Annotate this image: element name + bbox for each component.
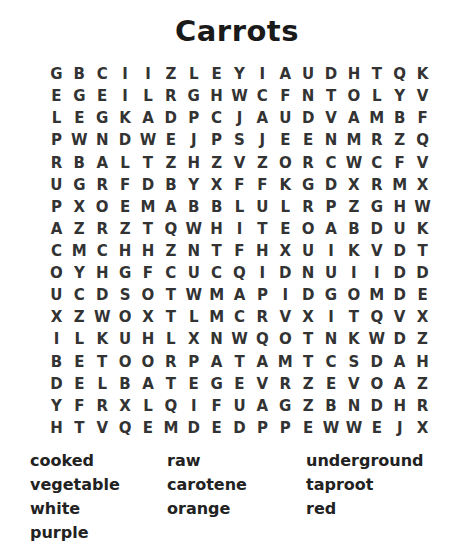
grid-cell-r6c8[interactable]: X	[205, 174, 228, 196]
grid-cell-r17c8[interactable]: E	[205, 417, 228, 439]
grid-cell-r13c6[interactable]: L	[159, 328, 182, 350]
grid-cell-r12c15[interactable]: Q	[365, 306, 388, 328]
word-search-worksheet: { "game": "word-search", "title": "Carro…	[0, 0, 474, 555]
grid-cell-r12c1[interactable]: X	[45, 306, 68, 328]
grid-cell-r9c15[interactable]: V	[365, 240, 388, 262]
grid-cell-r10c13[interactable]: U	[320, 262, 343, 284]
grid-cell-r5c10[interactable]: Z	[251, 151, 274, 173]
grid-cell-r9c11[interactable]: X	[274, 240, 297, 262]
word-search-grid: GBCIIZLEYIAUDHTQKEGEILRGHWCFNTOLYVLEGKAD…	[45, 63, 434, 439]
grid-cell-r9c6[interactable]: Z	[159, 240, 182, 262]
grid-cell-r17c13[interactable]: W	[320, 417, 343, 439]
grid-cell-r15c17[interactable]: Z	[411, 373, 434, 395]
grid-cell-r5c3[interactable]: A	[91, 151, 114, 173]
grid-cell-r17c11[interactable]: P	[274, 417, 297, 439]
grid-cell-r9c17[interactable]: T	[411, 240, 434, 262]
grid-cell-r13c15[interactable]: W	[365, 328, 388, 350]
grid-cell-r11c13[interactable]: G	[320, 284, 343, 306]
grid-cell-r1c1[interactable]: G	[45, 63, 68, 85]
grid-cell-r16c5[interactable]: L	[137, 395, 160, 417]
grid-cell-r5c9[interactable]: V	[228, 151, 251, 173]
grid-cell-r1c6[interactable]: Z	[159, 63, 182, 85]
grid-cell-r10c10[interactable]: I	[251, 262, 274, 284]
grid-cell-r4c17[interactable]: Q	[411, 129, 434, 151]
grid-cell-r4c8[interactable]: P	[205, 129, 228, 151]
grid-cell-r7c7[interactable]: B	[182, 196, 205, 218]
grid-cell-r3c5[interactable]: A	[137, 107, 160, 129]
grid-cell-r16c7[interactable]: I	[182, 395, 205, 417]
grid-cell-r5c5[interactable]: T	[137, 151, 160, 173]
grid-cell-r5c2[interactable]: B	[68, 151, 91, 173]
grid-cell-r7c5[interactable]: M	[137, 196, 160, 218]
grid-cell-r15c15[interactable]: O	[365, 373, 388, 395]
grid-cell-r1c16[interactable]: Q	[388, 63, 411, 85]
grid-cell-r14c6[interactable]: R	[159, 351, 182, 373]
grid-cell-r4c6[interactable]: E	[159, 129, 182, 151]
grid-cell-r11c12[interactable]: D	[297, 284, 320, 306]
grid-cell-r3c4[interactable]: K	[114, 107, 137, 129]
grid-cell-r4c9[interactable]: S	[228, 129, 251, 151]
word-item-empty	[167, 521, 306, 545]
grid-cell-r12c3[interactable]: W	[91, 306, 114, 328]
grid-cell-r2c8[interactable]: H	[205, 85, 228, 107]
grid-cell-r4c1[interactable]: P	[45, 129, 68, 151]
grid-cell-r1c14[interactable]: H	[342, 63, 365, 85]
grid-cell-r4c10[interactable]: J	[251, 129, 274, 151]
grid-cell-r14c8[interactable]: A	[205, 351, 228, 373]
grid-cell-r9c8[interactable]: T	[205, 240, 228, 262]
grid-cell-r16c4[interactable]: X	[114, 395, 137, 417]
grid-cell-r12c5[interactable]: X	[137, 306, 160, 328]
grid-cell-r8c9[interactable]: I	[228, 218, 251, 240]
grid-cell-r14c3[interactable]: T	[91, 351, 114, 373]
grid-cell-r15c5[interactable]: A	[137, 373, 160, 395]
grid-cell-r2c10[interactable]: C	[251, 85, 274, 107]
grid-cell-r3c11[interactable]: U	[274, 107, 297, 129]
grid-cell-r3c6[interactable]: D	[159, 107, 182, 129]
grid-cell-r13c5[interactable]: H	[137, 328, 160, 350]
grid-cell-r8c15[interactable]: D	[365, 218, 388, 240]
grid-cell-r16c14[interactable]: N	[342, 395, 365, 417]
grid-cell-r7c16[interactable]: H	[388, 196, 411, 218]
grid-cell-r13c8[interactable]: N	[205, 328, 228, 350]
grid-cell-r8c5[interactable]: T	[137, 218, 160, 240]
grid-cell-r15c4[interactable]: B	[114, 373, 137, 395]
grid-cell-r17c10[interactable]: P	[251, 417, 274, 439]
grid-cell-r13c17[interactable]: Z	[411, 328, 434, 350]
grid-cell-r16c6[interactable]: Q	[159, 395, 182, 417]
grid-cell-r12c7[interactable]: L	[182, 306, 205, 328]
grid-cell-r17c9[interactable]: D	[228, 417, 251, 439]
grid-cell-r16c10[interactable]: A	[251, 395, 274, 417]
grid-cell-r11c11[interactable]: I	[274, 284, 297, 306]
grid-cell-r17c16[interactable]: J	[388, 417, 411, 439]
grid-cell-r10c12[interactable]: N	[297, 262, 320, 284]
grid-cell-r13c14[interactable]: K	[342, 328, 365, 350]
word-item-carotene: carotene	[167, 473, 306, 497]
grid-cell-r13c11[interactable]: O	[274, 328, 297, 350]
grid-cell-r7c3[interactable]: O	[91, 196, 114, 218]
grid-cell-r17c15[interactable]: E	[365, 417, 388, 439]
grid-cell-r9c14[interactable]: K	[342, 240, 365, 262]
grid-cell-r3c13[interactable]: V	[320, 107, 343, 129]
word-item-cooked: cooked	[30, 449, 167, 473]
grid-cell-r4c7[interactable]: J	[182, 129, 205, 151]
grid-cell-r16c3[interactable]: R	[91, 395, 114, 417]
grid-cell-r2c7[interactable]: G	[182, 85, 205, 107]
grid-cell-r6c11[interactable]: K	[274, 174, 297, 196]
grid-cell-r7c12[interactable]: R	[297, 196, 320, 218]
grid-cell-r2c14[interactable]: O	[342, 85, 365, 107]
grid-cell-r2c1[interactable]: E	[45, 85, 68, 107]
grid-cell-r7c11[interactable]: L	[274, 196, 297, 218]
grid-cell-r6c17[interactable]: X	[411, 174, 434, 196]
grid-cell-r13c3[interactable]: K	[91, 328, 114, 350]
grid-cell-r6c6[interactable]: B	[159, 174, 182, 196]
grid-cell-r1c7[interactable]: L	[182, 63, 205, 85]
grid-cell-r12c9[interactable]: C	[228, 306, 251, 328]
grid-cell-r6c9[interactable]: F	[228, 174, 251, 196]
grid-cell-r8c4[interactable]: Z	[114, 218, 137, 240]
grid-cell-r10c7[interactable]: U	[182, 262, 205, 284]
grid-cell-r9c16[interactable]: D	[388, 240, 411, 262]
grid-cell-r9c3[interactable]: C	[91, 240, 114, 262]
grid-cell-r6c13[interactable]: D	[320, 174, 343, 196]
grid-cell-r2c2[interactable]: G	[68, 85, 91, 107]
grid-cell-r7c17[interactable]: W	[411, 196, 434, 218]
grid-cell-r12c14[interactable]: T	[342, 306, 365, 328]
grid-cell-r9c2[interactable]: M	[68, 240, 91, 262]
grid-cell-r1c13[interactable]: D	[320, 63, 343, 85]
grid-cell-r8c13[interactable]: A	[320, 218, 343, 240]
grid-cell-r14c4[interactable]: O	[114, 351, 137, 373]
grid-cell-r14c7[interactable]: P	[182, 351, 205, 373]
grid-cell-r2c16[interactable]: Y	[388, 85, 411, 107]
grid-cell-r11c5[interactable]: O	[137, 284, 160, 306]
grid-cell-r8c12[interactable]: O	[297, 218, 320, 240]
grid-cell-r12c13[interactable]: I	[320, 306, 343, 328]
grid-cell-r16c13[interactable]: B	[320, 395, 343, 417]
grid-cell-r16c2[interactable]: F	[68, 395, 91, 417]
grid-cell-r8c3[interactable]: R	[91, 218, 114, 240]
grid-cell-r11c1[interactable]: U	[45, 284, 68, 306]
grid-cell-r5c8[interactable]: Z	[205, 151, 228, 173]
grid-cell-r6c7[interactable]: Y	[182, 174, 205, 196]
grid-cell-r10c11[interactable]: D	[274, 262, 297, 284]
grid-cell-r1c12[interactable]: U	[297, 63, 320, 85]
grid-cell-r3c10[interactable]: A	[251, 107, 274, 129]
grid-cell-r5c17[interactable]: V	[411, 151, 434, 173]
grid-cell-r8c14[interactable]: B	[342, 218, 365, 240]
grid-cell-r8c17[interactable]: K	[411, 218, 434, 240]
grid-cell-r12c2[interactable]: Z	[68, 306, 91, 328]
grid-cell-r6c10[interactable]: F	[251, 174, 274, 196]
grid-cell-r10c15[interactable]: I	[365, 262, 388, 284]
grid-cell-r10c1[interactable]: O	[45, 262, 68, 284]
grid-cell-r11c17[interactable]: E	[411, 284, 434, 306]
grid-cell-r1c3[interactable]: C	[91, 63, 114, 85]
grid-cell-r5c14[interactable]: W	[342, 151, 365, 173]
grid-cell-r4c16[interactable]: Z	[388, 129, 411, 151]
word-item-empty	[306, 521, 450, 545]
grid-cell-r11c2[interactable]: C	[68, 284, 91, 306]
grid-cell-r14c5[interactable]: O	[137, 351, 160, 373]
grid-cell-r14c13[interactable]: C	[320, 351, 343, 373]
grid-cell-r15c8[interactable]: G	[205, 373, 228, 395]
grid-cell-r17c12[interactable]: E	[297, 417, 320, 439]
grid-cell-r14c1[interactable]: B	[45, 351, 68, 373]
grid-cell-r10c9[interactable]: Q	[228, 262, 251, 284]
grid-cell-r3c12[interactable]: D	[297, 107, 320, 129]
grid-cell-r3c8[interactable]: C	[205, 107, 228, 129]
grid-cell-r1c4[interactable]: I	[114, 63, 137, 85]
grid-cell-r17c14[interactable]: W	[342, 417, 365, 439]
grid-cell-r15c12[interactable]: Z	[297, 373, 320, 395]
grid-cell-r8c11[interactable]: E	[274, 218, 297, 240]
grid-cell-r13c7[interactable]: X	[182, 328, 205, 350]
grid-cell-r14c14[interactable]: S	[342, 351, 365, 373]
grid-cell-r6c14[interactable]: X	[342, 174, 365, 196]
grid-cell-r2c11[interactable]: F	[274, 85, 297, 107]
grid-cell-r1c10[interactable]: I	[251, 63, 274, 85]
grid-cell-r14c15[interactable]: D	[365, 351, 388, 373]
grid-cell-r13c16[interactable]: D	[388, 328, 411, 350]
grid-cell-r5c15[interactable]: C	[365, 151, 388, 173]
grid-cell-r4c11[interactable]: E	[274, 129, 297, 151]
grid-cell-r4c2[interactable]: W	[68, 129, 91, 151]
grid-cell-r2c6[interactable]: R	[159, 85, 182, 107]
grid-cell-r12c4[interactable]: O	[114, 306, 137, 328]
grid-cell-r7c2[interactable]: X	[68, 196, 91, 218]
grid-cell-r6c4[interactable]: F	[114, 174, 137, 196]
grid-cell-r7c10[interactable]: U	[251, 196, 274, 218]
grid-cell-r16c12[interactable]: Z	[297, 395, 320, 417]
grid-cell-r12c11[interactable]: V	[274, 306, 297, 328]
grid-cell-r3c14[interactable]: A	[342, 107, 365, 129]
grid-cell-r11c9[interactable]: A	[228, 284, 251, 306]
grid-cell-r14c12[interactable]: T	[297, 351, 320, 373]
grid-cell-r8c16[interactable]: U	[388, 218, 411, 240]
grid-cell-r9c12[interactable]: U	[297, 240, 320, 262]
grid-cell-r5c13[interactable]: C	[320, 151, 343, 173]
grid-cell-r5c16[interactable]: F	[388, 151, 411, 173]
grid-cell-r4c5[interactable]: W	[137, 129, 160, 151]
grid-cell-r15c13[interactable]: E	[320, 373, 343, 395]
grid-cell-r14c2[interactable]: E	[68, 351, 91, 373]
grid-cell-r1c9[interactable]: Y	[228, 63, 251, 85]
grid-cell-r3c9[interactable]: J	[228, 107, 251, 129]
grid-cell-r5c6[interactable]: Z	[159, 151, 182, 173]
grid-cell-r5c11[interactable]: O	[274, 151, 297, 173]
grid-cell-r2c3[interactable]: E	[91, 85, 114, 107]
grid-cell-r17c3[interactable]: V	[91, 417, 114, 439]
grid-cell-r17c2[interactable]: T	[68, 417, 91, 439]
grid-cell-r7c6[interactable]: A	[159, 196, 182, 218]
grid-cell-r14c10[interactable]: A	[251, 351, 274, 373]
grid-cell-r1c17[interactable]: K	[411, 63, 434, 85]
grid-cell-r17c1[interactable]: H	[45, 417, 68, 439]
word-item-raw: raw	[167, 449, 306, 473]
grid-cell-r17c17[interactable]: X	[411, 417, 434, 439]
grid-cell-r11c8[interactable]: M	[205, 284, 228, 306]
grid-cell-r9c10[interactable]: H	[251, 240, 274, 262]
grid-cell-r13c12[interactable]: T	[297, 328, 320, 350]
grid-cell-r8c2[interactable]: Z	[68, 218, 91, 240]
grid-cell-r5c7[interactable]: H	[182, 151, 205, 173]
grid-cell-r6c1[interactable]: U	[45, 174, 68, 196]
grid-cell-r11c10[interactable]: P	[251, 284, 274, 306]
grid-cell-r12c8[interactable]: M	[205, 306, 228, 328]
grid-cell-r10c4[interactable]: G	[114, 262, 137, 284]
grid-cell-r9c4[interactable]: H	[114, 240, 137, 262]
grid-cell-r15c14[interactable]: V	[342, 373, 365, 395]
grid-cell-r3c7[interactable]: P	[182, 107, 205, 129]
grid-cell-r3c1[interactable]: L	[45, 107, 68, 129]
grid-cell-r11c7[interactable]: W	[182, 284, 205, 306]
grid-cell-r9c9[interactable]: F	[228, 240, 251, 262]
grid-cell-r12c17[interactable]: X	[411, 306, 434, 328]
grid-cell-r10c14[interactable]: I	[342, 262, 365, 284]
grid-cell-r10c8[interactable]: C	[205, 262, 228, 284]
grid-cell-r14c9[interactable]: T	[228, 351, 251, 373]
grid-cell-r1c5[interactable]: I	[137, 63, 160, 85]
grid-cell-r6c2[interactable]: G	[68, 174, 91, 196]
grid-cell-r15c1[interactable]: D	[45, 373, 68, 395]
grid-cell-r11c3[interactable]: D	[91, 284, 114, 306]
grid-cell-r14c11[interactable]: M	[274, 351, 297, 373]
grid-cell-r7c8[interactable]: B	[205, 196, 228, 218]
grid-cell-r17c6[interactable]: M	[159, 417, 182, 439]
grid-cell-r11c14[interactable]: O	[342, 284, 365, 306]
grid-cell-r13c1[interactable]: I	[45, 328, 68, 350]
grid-cell-r1c8[interactable]: E	[205, 63, 228, 85]
grid-cell-r11c4[interactable]: S	[114, 284, 137, 306]
grid-cell-r7c15[interactable]: G	[365, 196, 388, 218]
grid-cell-r1c11[interactable]: A	[274, 63, 297, 85]
word-item-purple: purple	[30, 521, 167, 545]
grid-cell-r4c15[interactable]: R	[365, 129, 388, 151]
grid-cell-r2c17[interactable]: V	[411, 85, 434, 107]
grid-cell-r2c15[interactable]: L	[365, 85, 388, 107]
grid-cell-r16c16[interactable]: H	[388, 395, 411, 417]
grid-cell-r6c15[interactable]: R	[365, 174, 388, 196]
grid-cell-r17c4[interactable]: Q	[114, 417, 137, 439]
grid-cell-r2c4[interactable]: I	[114, 85, 137, 107]
grid-cell-r15c7[interactable]: E	[182, 373, 205, 395]
grid-cell-r2c13[interactable]: T	[320, 85, 343, 107]
grid-cell-r9c5[interactable]: H	[137, 240, 160, 262]
grid-cell-r3c17[interactable]: F	[411, 107, 434, 129]
grid-cell-r9c7[interactable]: N	[182, 240, 205, 262]
grid-cell-r10c5[interactable]: F	[137, 262, 160, 284]
grid-cell-r3c3[interactable]: G	[91, 107, 114, 129]
grid-cell-r16c8[interactable]: F	[205, 395, 228, 417]
grid-cell-r11c16[interactable]: D	[388, 284, 411, 306]
grid-cell-r15c3[interactable]: L	[91, 373, 114, 395]
grid-cell-r13c2[interactable]: L	[68, 328, 91, 350]
grid-cell-r2c12[interactable]: N	[297, 85, 320, 107]
grid-cell-r9c1[interactable]: C	[45, 240, 68, 262]
grid-cell-r11c6[interactable]: T	[159, 284, 182, 306]
grid-cell-r2c9[interactable]: W	[228, 85, 251, 107]
grid-cell-r16c15[interactable]: D	[365, 395, 388, 417]
grid-cell-r8c8[interactable]: H	[205, 218, 228, 240]
grid-cell-r17c5[interactable]: E	[137, 417, 160, 439]
grid-cell-r5c1[interactable]: R	[45, 151, 68, 173]
grid-cell-r8c10[interactable]: T	[251, 218, 274, 240]
grid-cell-r8c1[interactable]: A	[45, 218, 68, 240]
grid-cell-r7c4[interactable]: E	[114, 196, 137, 218]
grid-cell-r5c4[interactable]: L	[114, 151, 137, 173]
grid-cell-r6c16[interactable]: M	[388, 174, 411, 196]
grid-cell-r16c11[interactable]: G	[274, 395, 297, 417]
grid-cell-r15c9[interactable]: E	[228, 373, 251, 395]
grid-cell-r11c15[interactable]: M	[365, 284, 388, 306]
grid-cell-r5c12[interactable]: R	[297, 151, 320, 173]
grid-cell-r10c3[interactable]: H	[91, 262, 114, 284]
grid-cell-r12c12[interactable]: X	[297, 306, 320, 328]
grid-cell-r4c12[interactable]: E	[297, 129, 320, 151]
puzzle-title: Carrots	[0, 14, 474, 48]
grid-cell-r12c10[interactable]: R	[251, 306, 274, 328]
grid-cell-r3c16[interactable]: B	[388, 107, 411, 129]
word-list: cookedrawundergroundvegetablecarotenetap…	[30, 449, 450, 545]
grid-cell-r14c16[interactable]: A	[388, 351, 411, 373]
grid-cell-r16c1[interactable]: Y	[45, 395, 68, 417]
grid-cell-r10c2[interactable]: Y	[68, 262, 91, 284]
grid-cell-r16c9[interactable]: U	[228, 395, 251, 417]
grid-cell-r15c6[interactable]: T	[159, 373, 182, 395]
grid-cell-r8c6[interactable]: Q	[159, 218, 182, 240]
grid-cell-r3c15[interactable]: M	[365, 107, 388, 129]
grid-cell-r8c7[interactable]: W	[182, 218, 205, 240]
grid-cell-r4c14[interactable]: M	[342, 129, 365, 151]
grid-cell-r7c9[interactable]: L	[228, 196, 251, 218]
grid-cell-r15c16[interactable]: A	[388, 373, 411, 395]
grid-cell-r6c3[interactable]: R	[91, 174, 114, 196]
grid-cell-r10c17[interactable]: D	[411, 262, 434, 284]
grid-cell-r13c9[interactable]: W	[228, 328, 251, 350]
grid-cell-r1c15[interactable]: T	[365, 63, 388, 85]
grid-cell-r4c4[interactable]: D	[114, 129, 137, 151]
grid-cell-r6c12[interactable]: G	[297, 174, 320, 196]
grid-cell-r14c17[interactable]: H	[411, 351, 434, 373]
grid-cell-r17c7[interactable]: D	[182, 417, 205, 439]
grid-cell-r7c13[interactable]: P	[320, 196, 343, 218]
grid-cell-r7c14[interactable]: Z	[342, 196, 365, 218]
grid-cell-r15c11[interactable]: R	[274, 373, 297, 395]
grid-cell-r12c6[interactable]: T	[159, 306, 182, 328]
grid-cell-r13c13[interactable]: N	[320, 328, 343, 350]
grid-cell-r15c2[interactable]: E	[68, 373, 91, 395]
grid-cell-r9c13[interactable]: I	[320, 240, 343, 262]
grid-cell-r16c17[interactable]: R	[411, 395, 434, 417]
grid-cell-r15c10[interactable]: V	[251, 373, 274, 395]
grid-cell-r10c6[interactable]: C	[159, 262, 182, 284]
grid-cell-r4c3[interactable]: N	[91, 129, 114, 151]
grid-cell-r1c2[interactable]: B	[68, 63, 91, 85]
grid-cell-r7c1[interactable]: P	[45, 196, 68, 218]
grid-cell-r13c10[interactable]: Q	[251, 328, 274, 350]
grid-cell-r13c4[interactable]: U	[114, 328, 137, 350]
grid-cell-r2c5[interactable]: L	[137, 85, 160, 107]
grid-cell-r12c16[interactable]: V	[388, 306, 411, 328]
grid-cell-r3c2[interactable]: E	[68, 107, 91, 129]
grid-cell-r6c5[interactable]: D	[137, 174, 160, 196]
word-item-taproot: taproot	[306, 473, 450, 497]
grid-cell-r4c13[interactable]: N	[320, 129, 343, 151]
grid-cell-r10c16[interactable]: D	[388, 262, 411, 284]
